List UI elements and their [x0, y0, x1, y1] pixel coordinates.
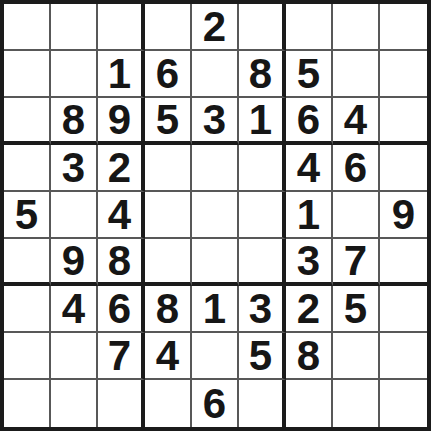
cell-r2c6[interactable]: 8	[239, 51, 286, 98]
cell-r2c8[interactable]	[333, 51, 380, 98]
cell-r2c5[interactable]	[192, 51, 239, 98]
cell-r1c1[interactable]	[4, 4, 51, 51]
cell-r7c7[interactable]: 2	[286, 286, 333, 333]
cell-r3c3[interactable]: 9	[98, 98, 145, 145]
cell-r8c4[interactable]: 4	[145, 333, 192, 380]
cell-r9c2[interactable]	[51, 380, 98, 427]
cell-r7c3[interactable]: 6	[98, 286, 145, 333]
cell-r3c6[interactable]: 1	[239, 98, 286, 145]
cell-r2c3[interactable]: 1	[98, 51, 145, 98]
cell-r9c7[interactable]	[286, 380, 333, 427]
cell-r6c4[interactable]	[145, 239, 192, 286]
cell-r9c1[interactable]	[4, 380, 51, 427]
cell-r4c7[interactable]: 4	[286, 145, 333, 192]
cell-r8c7[interactable]: 8	[286, 333, 333, 380]
cell-r9c4[interactable]	[145, 380, 192, 427]
cell-r4c8[interactable]: 6	[333, 145, 380, 192]
cell-r5c6[interactable]	[239, 192, 286, 239]
cell-r4c3[interactable]: 2	[98, 145, 145, 192]
cell-r6c3[interactable]: 8	[98, 239, 145, 286]
cell-r8c2[interactable]	[51, 333, 98, 380]
cell-r5c4[interactable]	[145, 192, 192, 239]
cell-r4c4[interactable]	[145, 145, 192, 192]
cell-r8c8[interactable]	[333, 333, 380, 380]
cell-r8c1[interactable]	[4, 333, 51, 380]
cell-r5c5[interactable]	[192, 192, 239, 239]
cell-r5c2[interactable]	[51, 192, 98, 239]
cell-r1c5[interactable]: 2	[192, 4, 239, 51]
cell-r1c7[interactable]	[286, 4, 333, 51]
cell-r6c6[interactable]	[239, 239, 286, 286]
cell-r3c7[interactable]: 6	[286, 98, 333, 145]
cell-r2c2[interactable]	[51, 51, 98, 98]
cell-r9c6[interactable]	[239, 380, 286, 427]
cell-r1c2[interactable]	[51, 4, 98, 51]
cell-r2c4[interactable]: 6	[145, 51, 192, 98]
cell-r4c9[interactable]	[380, 145, 427, 192]
cell-r9c9[interactable]	[380, 380, 427, 427]
cell-r8c3[interactable]: 7	[98, 333, 145, 380]
cell-r5c3[interactable]: 4	[98, 192, 145, 239]
cell-r3c4[interactable]: 5	[145, 98, 192, 145]
cell-r4c6[interactable]	[239, 145, 286, 192]
cell-r4c5[interactable]	[192, 145, 239, 192]
cell-r7c5[interactable]: 1	[192, 286, 239, 333]
cell-r5c7[interactable]: 1	[286, 192, 333, 239]
cell-r9c3[interactable]	[98, 380, 145, 427]
cell-r8c5[interactable]	[192, 333, 239, 380]
cell-r1c6[interactable]	[239, 4, 286, 51]
cell-r6c1[interactable]	[4, 239, 51, 286]
cell-r4c1[interactable]	[4, 145, 51, 192]
cell-r7c4[interactable]: 8	[145, 286, 192, 333]
cell-r7c8[interactable]: 5	[333, 286, 380, 333]
cell-r5c1[interactable]: 5	[4, 192, 51, 239]
cell-r7c1[interactable]	[4, 286, 51, 333]
cell-r6c8[interactable]: 7	[333, 239, 380, 286]
cell-r3c1[interactable]	[4, 98, 51, 145]
cell-r5c9[interactable]: 9	[380, 192, 427, 239]
cell-r9c5[interactable]: 6	[192, 380, 239, 427]
cell-r1c3[interactable]	[98, 4, 145, 51]
cell-r1c9[interactable]	[380, 4, 427, 51]
cell-r5c8[interactable]	[333, 192, 380, 239]
cell-r2c7[interactable]: 5	[286, 51, 333, 98]
cell-r7c6[interactable]: 3	[239, 286, 286, 333]
cell-r3c2[interactable]: 8	[51, 98, 98, 145]
cell-r9c8[interactable]	[333, 380, 380, 427]
cell-r3c8[interactable]: 4	[333, 98, 380, 145]
cell-r1c8[interactable]	[333, 4, 380, 51]
cell-r8c6[interactable]: 5	[239, 333, 286, 380]
cell-r6c2[interactable]: 9	[51, 239, 98, 286]
cell-r3c9[interactable]	[380, 98, 427, 145]
cell-r7c9[interactable]	[380, 286, 427, 333]
sudoku-board: 216858953164324654199837468132574586	[0, 0, 431, 431]
cell-r2c9[interactable]	[380, 51, 427, 98]
cell-r2c1[interactable]	[4, 51, 51, 98]
cell-r4c2[interactable]: 3	[51, 145, 98, 192]
cell-r7c2[interactable]: 4	[51, 286, 98, 333]
cell-r6c7[interactable]: 3	[286, 239, 333, 286]
cell-r3c5[interactable]: 3	[192, 98, 239, 145]
cell-r6c9[interactable]	[380, 239, 427, 286]
cell-r6c5[interactable]	[192, 239, 239, 286]
cell-r1c4[interactable]	[145, 4, 192, 51]
cell-r8c9[interactable]	[380, 333, 427, 380]
